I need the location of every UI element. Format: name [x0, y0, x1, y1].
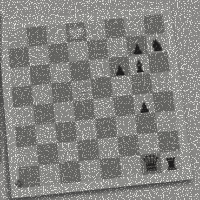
square-d4 [73, 99, 95, 121]
square-f1 [120, 155, 143, 178]
board-edge-shadow [0, 14, 3, 164]
square-d3 [75, 119, 97, 141]
square-g3 [135, 113, 157, 135]
square-f8 [104, 18, 126, 39]
square-e7 [87, 39, 109, 60]
square-c4 [53, 101, 75, 123]
square-c6 [49, 62, 71, 83]
black-queen-g1: ♛ [140, 152, 163, 177]
square-d1 [79, 159, 101, 182]
square-f7 [106, 37, 128, 58]
square-g2 [137, 132, 160, 154]
square-g5 [130, 73, 152, 95]
square-h7: ♞ [145, 33, 167, 54]
square-a6 [10, 66, 32, 88]
square-e1 [99, 157, 121, 180]
square-h6 [148, 52, 170, 73]
square-b1 [39, 163, 61, 186]
square-d2 [77, 139, 99, 161]
square-g7: ♟ [126, 35, 148, 56]
square-d8: ♚ [65, 22, 87, 43]
square-a8 [7, 28, 28, 49]
square-f3 [115, 115, 137, 137]
square-a7 [8, 47, 29, 68]
square-b3 [35, 123, 57, 145]
square-b8 [26, 26, 47, 47]
square-h2 [157, 130, 180, 152]
square-h4 [153, 91, 175, 113]
square-b4 [33, 103, 55, 125]
square-f6: ♟ [109, 56, 131, 77]
square-a4 [13, 105, 35, 127]
square-d7 [67, 41, 89, 62]
square-h1: ♜ [160, 151, 183, 174]
photo-canvas: ♚♟♞♟♟♝♛♟♟♛♜ ❖ [0, 0, 200, 200]
square-e5 [91, 77, 113, 99]
square-c5 [51, 81, 73, 103]
square-g4: ♟ [133, 93, 155, 115]
square-f5 [111, 75, 133, 97]
square-b5 [31, 84, 53, 106]
square-e8 [85, 20, 107, 41]
square-h3 [155, 110, 177, 132]
square-a2 [17, 145, 39, 167]
square-h5 [150, 71, 172, 93]
square-e2 [97, 137, 119, 159]
black-rook-h1: ♜ [163, 156, 180, 174]
square-b6 [30, 64, 52, 85]
square-h8 [143, 14, 165, 35]
square-a5 [12, 86, 34, 108]
square-g8 [124, 16, 146, 37]
square-c2: ♟ [57, 141, 79, 163]
board-frame: ♚♟♞♟♟♝♛♟♟♛♜ ❖ [0, 5, 193, 199]
chessboard: ♚♟♞♟♟♝♛♟♟♛♜ [7, 14, 183, 188]
square-d5: ♛ [71, 79, 93, 101]
board-logo-ornament-icon: ❖ [13, 176, 25, 192]
square-c1 [59, 161, 81, 184]
square-d6 [69, 60, 91, 81]
square-e3 [95, 117, 117, 139]
square-f2 [117, 135, 139, 157]
square-c7 [48, 43, 70, 64]
square-e4 [93, 97, 115, 119]
square-a3 [15, 125, 37, 147]
square-g6: ♝ [128, 54, 150, 75]
square-b7 [28, 45, 49, 66]
square-g1: ♛ [140, 153, 163, 176]
square-b2 [37, 143, 59, 165]
square-c3 [55, 121, 77, 143]
square-e6: ♟ [89, 58, 111, 79]
square-f4 [113, 95, 135, 117]
square-c8 [46, 24, 67, 45]
